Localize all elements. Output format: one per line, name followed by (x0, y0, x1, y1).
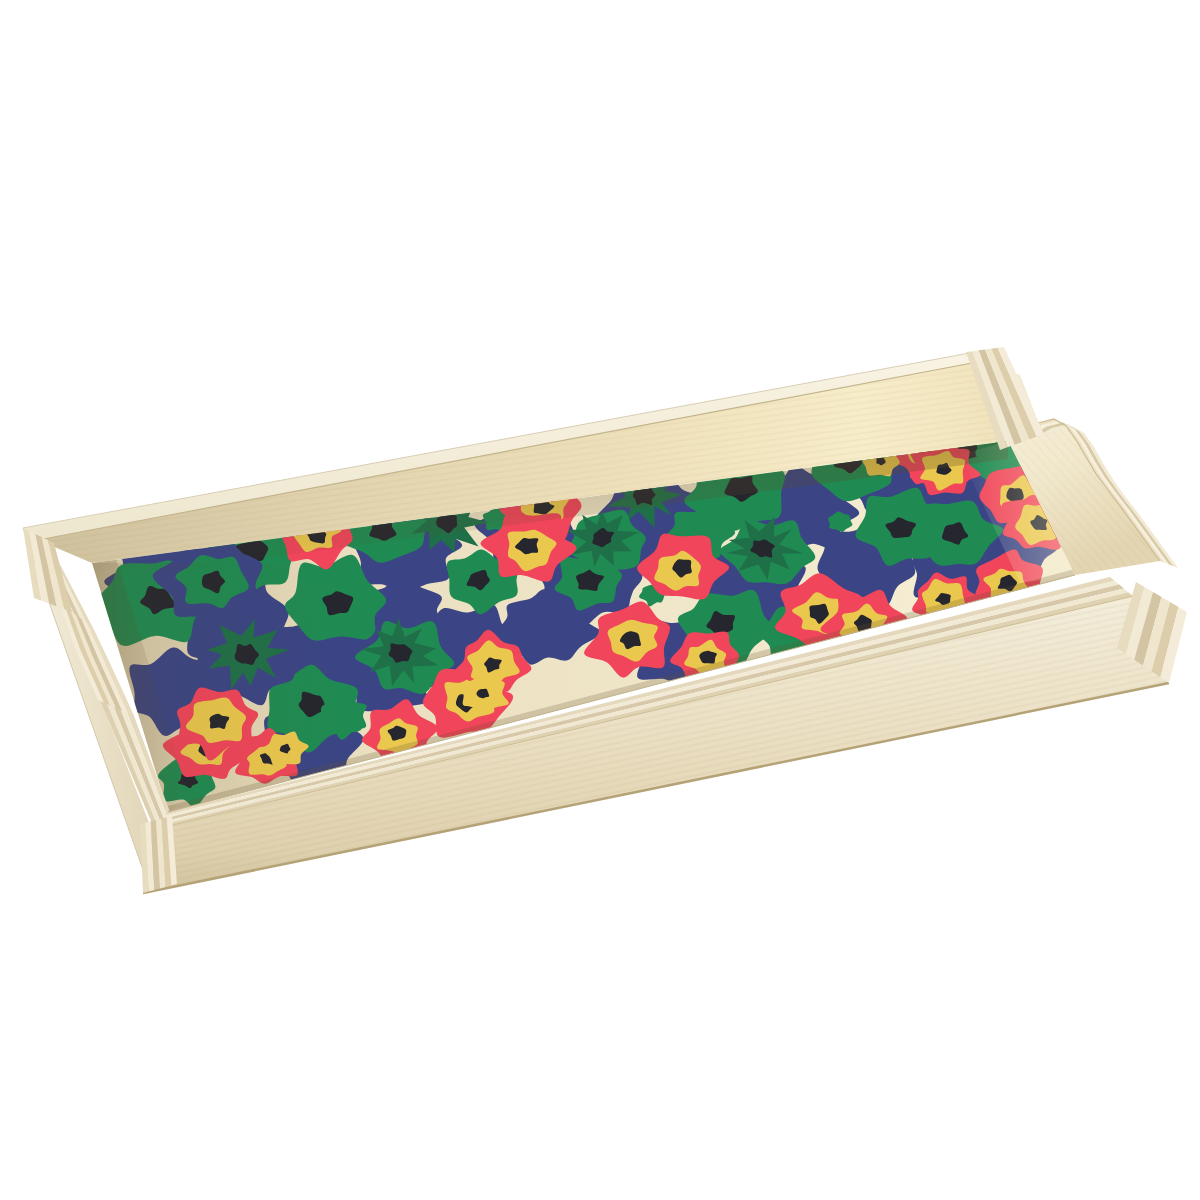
product-photo (0, 0, 1200, 1200)
wooden-tray-photo (0, 0, 1200, 1200)
